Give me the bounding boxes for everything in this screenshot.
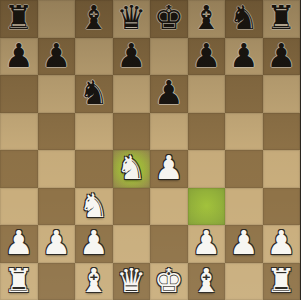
piece-white-pawn[interactable]: ♟	[154, 151, 184, 184]
piece-white-rook[interactable]: ♜	[4, 264, 34, 297]
piece-black-pawn[interactable]: ♟	[154, 76, 184, 109]
piece-black-pawn[interactable]: ♟	[4, 39, 34, 72]
square-g3[interactable]	[225, 188, 263, 226]
square-a6[interactable]	[0, 75, 38, 113]
piece-black-pawn[interactable]: ♟	[266, 39, 296, 72]
piece-white-pawn[interactable]: ♟	[41, 226, 71, 259]
square-f3[interactable]	[188, 188, 226, 226]
square-f4[interactable]	[188, 150, 226, 188]
square-a5[interactable]	[0, 113, 38, 151]
square-h1[interactable]: ♜	[263, 263, 301, 300]
square-f1[interactable]: ♝	[188, 263, 226, 300]
square-e4[interactable]: ♟	[150, 150, 188, 188]
square-c1[interactable]: ♝	[75, 263, 113, 300]
piece-white-knight[interactable]: ♞	[79, 189, 109, 222]
square-e5[interactable]	[150, 113, 188, 151]
square-c2[interactable]: ♟	[75, 225, 113, 263]
square-f2[interactable]: ♟	[188, 225, 226, 263]
square-a3[interactable]	[0, 188, 38, 226]
square-f6[interactable]	[188, 75, 226, 113]
square-h4[interactable]	[263, 150, 301, 188]
piece-white-pawn[interactable]: ♟	[191, 226, 221, 259]
square-h7[interactable]: ♟	[263, 38, 301, 76]
piece-black-pawn[interactable]: ♟	[116, 39, 146, 72]
square-e8[interactable]: ♚	[150, 0, 188, 38]
square-a1[interactable]: ♜	[0, 263, 38, 300]
square-f5[interactable]	[188, 113, 226, 151]
square-g4[interactable]	[225, 150, 263, 188]
square-d5[interactable]	[113, 113, 151, 151]
piece-black-bishop[interactable]: ♝	[191, 1, 221, 34]
square-f7[interactable]: ♟	[188, 38, 226, 76]
piece-white-pawn[interactable]: ♟	[266, 226, 296, 259]
piece-white-pawn[interactable]: ♟	[4, 226, 34, 259]
square-e1[interactable]: ♚	[150, 263, 188, 300]
square-c3[interactable]: ♞	[75, 188, 113, 226]
square-b5[interactable]	[38, 113, 76, 151]
square-c6[interactable]: ♞	[75, 75, 113, 113]
piece-white-queen[interactable]: ♛	[116, 264, 146, 297]
square-d4[interactable]: ♞	[113, 150, 151, 188]
square-b1[interactable]	[38, 263, 76, 300]
square-h5[interactable]	[263, 113, 301, 151]
piece-black-pawn[interactable]: ♟	[41, 39, 71, 72]
square-a7[interactable]: ♟	[0, 38, 38, 76]
square-g8[interactable]: ♞	[225, 0, 263, 38]
square-c4[interactable]	[75, 150, 113, 188]
square-g7[interactable]: ♟	[225, 38, 263, 76]
piece-black-pawn[interactable]: ♟	[191, 39, 221, 72]
square-g5[interactable]	[225, 113, 263, 151]
board-grid: ♜♝♛♚♝♞♜♟♟♟♟♟♟♞♟♞♟♞♟♟♟♟♟♟♜♝♛♚♝♜	[0, 0, 300, 300]
square-d3[interactable]	[113, 188, 151, 226]
square-g6[interactable]	[225, 75, 263, 113]
piece-black-pawn[interactable]: ♟	[229, 39, 259, 72]
piece-white-bishop[interactable]: ♝	[79, 264, 109, 297]
square-h8[interactable]: ♜	[263, 0, 301, 38]
piece-white-bishop[interactable]: ♝	[191, 264, 221, 297]
square-g1[interactable]	[225, 263, 263, 300]
square-b2[interactable]: ♟	[38, 225, 76, 263]
piece-white-pawn[interactable]: ♟	[79, 226, 109, 259]
piece-black-rook[interactable]: ♜	[266, 1, 296, 34]
square-b4[interactable]	[38, 150, 76, 188]
square-d1[interactable]: ♛	[113, 263, 151, 300]
piece-black-king[interactable]: ♚	[154, 1, 184, 34]
square-e2[interactable]	[150, 225, 188, 263]
square-c7[interactable]	[75, 38, 113, 76]
square-g2[interactable]: ♟	[225, 225, 263, 263]
chess-board: ♜♝♛♚♝♞♜♟♟♟♟♟♟♞♟♞♟♞♟♟♟♟♟♟♜♝♛♚♝♜	[0, 0, 300, 300]
square-a8[interactable]: ♜	[0, 0, 38, 38]
square-c5[interactable]	[75, 113, 113, 151]
square-a2[interactable]: ♟	[0, 225, 38, 263]
piece-black-rook[interactable]: ♜	[4, 1, 34, 34]
piece-white-knight[interactable]: ♞	[116, 151, 146, 184]
piece-white-rook[interactable]: ♜	[266, 264, 296, 297]
square-a4[interactable]	[0, 150, 38, 188]
piece-black-knight[interactable]: ♞	[79, 76, 109, 109]
square-b8[interactable]	[38, 0, 76, 38]
square-b6[interactable]	[38, 75, 76, 113]
square-d2[interactable]	[113, 225, 151, 263]
square-d7[interactable]: ♟	[113, 38, 151, 76]
square-e7[interactable]	[150, 38, 188, 76]
square-b3[interactable]	[38, 188, 76, 226]
piece-black-bishop[interactable]: ♝	[79, 1, 109, 34]
piece-white-king[interactable]: ♚	[154, 264, 184, 297]
square-e3[interactable]	[150, 188, 188, 226]
square-d8[interactable]: ♛	[113, 0, 151, 38]
square-b7[interactable]: ♟	[38, 38, 76, 76]
square-e6[interactable]: ♟	[150, 75, 188, 113]
piece-black-queen[interactable]: ♛	[116, 1, 146, 34]
piece-black-knight[interactable]: ♞	[229, 1, 259, 34]
square-c8[interactable]: ♝	[75, 0, 113, 38]
square-h2[interactable]: ♟	[263, 225, 301, 263]
square-h3[interactable]	[263, 188, 301, 226]
square-f8[interactable]: ♝	[188, 0, 226, 38]
piece-white-pawn[interactable]: ♟	[229, 226, 259, 259]
square-h6[interactable]	[263, 75, 301, 113]
square-d6[interactable]	[113, 75, 151, 113]
